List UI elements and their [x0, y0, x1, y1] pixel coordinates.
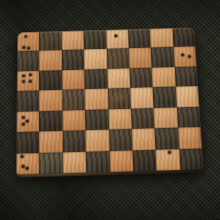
wood-knot [26, 120, 29, 123]
board-square-r5c5 [108, 108, 132, 129]
wood-knot [28, 80, 31, 83]
board-square-r6c1 [16, 132, 39, 154]
wood-knot [20, 155, 23, 158]
wood-knot [187, 55, 190, 58]
board-square-r1c5 [106, 29, 129, 49]
wood-knot [22, 80, 25, 83]
board-square-r6c7 [155, 128, 179, 150]
board-square-r3c4 [84, 69, 107, 90]
wood-knot [21, 165, 24, 168]
wood-knot [27, 47, 30, 50]
board-square-r7c5 [109, 150, 133, 172]
board-square-r2c3 [62, 50, 85, 70]
board-square-r2c4 [84, 49, 107, 69]
board-square-r2c8 [173, 47, 197, 67]
wood-knot [22, 46, 25, 49]
board-square-r4c5 [107, 88, 130, 109]
board-square-r1c3 [62, 30, 84, 50]
board-square-r4c2 [39, 90, 62, 111]
board-square-r5c1 [16, 111, 39, 132]
board-square-r6c6 [132, 128, 156, 150]
board-square-r4c8 [175, 86, 199, 107]
board-square-r6c2 [39, 131, 62, 153]
board-square-r2c6 [129, 48, 152, 68]
board-square-r7c2 [39, 152, 62, 174]
board-square-r3c6 [129, 68, 152, 89]
board-square-r5c7 [154, 107, 178, 128]
board-square-r4c7 [153, 87, 177, 108]
wood-knot [24, 35, 27, 38]
board-square-r7c1 [16, 153, 39, 175]
board-square-r7c7 [156, 149, 180, 171]
board-square-r2c2 [39, 50, 61, 70]
wood-grain-blotch [106, 55, 129, 69]
photo-scene [0, 0, 220, 220]
board-square-r3c5 [107, 68, 130, 89]
wood-knot [25, 167, 28, 170]
board-square-r4c3 [62, 89, 85, 110]
board-square-r3c1 [17, 71, 40, 92]
wood-knot [114, 35, 117, 38]
board-square-r6c4 [86, 130, 110, 152]
wood-knot [21, 116, 24, 119]
board-square-r3c8 [174, 66, 198, 87]
wood-grain-blotch [62, 97, 85, 110]
board-square-r3c2 [39, 70, 62, 91]
wood-grain-blotch [17, 32, 39, 47]
wood-knot [168, 151, 171, 154]
board-square-r5c6 [131, 108, 155, 129]
board-square-r6c3 [62, 130, 85, 152]
cutting-board-checkerboard [16, 27, 204, 177]
board-square-r3c7 [152, 67, 176, 88]
board-square-r5c4 [85, 109, 108, 130]
board-square-r1c1 [17, 32, 39, 52]
board-square-r6c8 [178, 127, 202, 149]
board-square-r2c7 [151, 47, 174, 67]
wood-knot [22, 123, 25, 126]
board-square-r2c5 [106, 49, 129, 69]
wood-knot [29, 73, 32, 76]
board-square-r1c8 [172, 27, 195, 47]
board-square-r2c1 [17, 51, 39, 71]
board-square-r7c4 [86, 151, 110, 173]
board-square-r6c5 [109, 129, 133, 151]
board-square-r5c3 [62, 110, 85, 131]
wood-grain-blotch [107, 89, 130, 107]
board-square-r7c3 [63, 151, 87, 173]
board-square-r7c6 [132, 149, 156, 171]
board-square-r3c3 [62, 69, 85, 90]
board-square-r7c8 [179, 148, 204, 170]
board-square-r1c4 [84, 30, 107, 50]
board-square-r4c4 [85, 89, 108, 110]
board-square-r1c6 [128, 29, 151, 49]
board-square-r1c2 [39, 31, 61, 51]
board-square-r5c2 [39, 110, 62, 131]
wood-knot [22, 74, 25, 77]
board-square-r1c7 [150, 28, 173, 48]
board-square-r5c8 [177, 106, 201, 127]
board-square-r4c1 [17, 91, 40, 112]
board-square-r4c6 [130, 87, 154, 108]
board-grid [16, 27, 204, 174]
wood-knot [182, 54, 185, 57]
